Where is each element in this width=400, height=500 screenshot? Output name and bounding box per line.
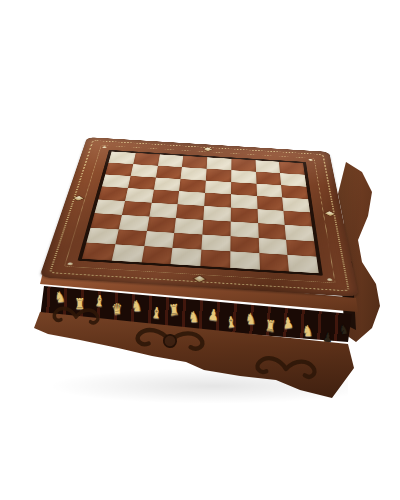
lighting-sheen	[39, 137, 358, 297]
board-top	[39, 137, 358, 297]
board-top-3d-wrapper	[0, 0, 400, 500]
chess-set-product-photo: ♞♜♝♛♞♝♜♞♟♝♞♜♟♞♟♞	[0, 0, 400, 500]
